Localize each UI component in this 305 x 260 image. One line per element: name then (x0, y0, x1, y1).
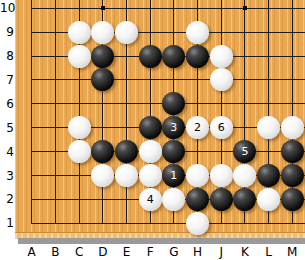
column-label-D: D (94, 245, 111, 259)
stone-black-H8[interactable] (186, 45, 209, 68)
row-label-8: 8 (0, 48, 14, 64)
stone-white-H1[interactable] (186, 212, 209, 235)
row-label-1: 1 (0, 215, 14, 231)
stone-white-M5[interactable] (281, 116, 304, 139)
column-label-H: H (189, 245, 206, 259)
grid-hline-7 (31, 79, 305, 80)
stone-white-J3[interactable] (210, 164, 233, 187)
column-label-J: J (213, 245, 230, 259)
row-label-7: 7 (0, 72, 14, 88)
column-label-B: B (47, 245, 64, 259)
stone-white-H3[interactable] (186, 164, 209, 187)
row-label-3: 3 (0, 168, 14, 184)
stone-white-C8[interactable] (68, 45, 91, 68)
column-label-L: L (260, 245, 277, 259)
grid-hline-1 (31, 223, 305, 224)
column-label-C: C (71, 245, 88, 259)
row-label-6: 6 (0, 96, 14, 112)
stone-white-J8[interactable] (210, 45, 233, 68)
stone-black-F5[interactable] (139, 116, 162, 139)
stone-white-C5[interactable] (68, 116, 91, 139)
board-drop-shadow (18, 238, 305, 244)
column-label-K: K (236, 245, 253, 259)
column-label-M: M (284, 245, 301, 259)
stone-white-J5[interactable]: 6 (210, 116, 233, 139)
stone-black-H2[interactable] (186, 188, 209, 211)
stone-white-F4[interactable] (139, 140, 162, 163)
move-number: 4 (147, 194, 154, 205)
column-label-E: E (118, 245, 135, 259)
row-label-9: 9 (0, 24, 14, 40)
stone-black-M4[interactable] (281, 140, 304, 163)
star-point-K10 (243, 6, 247, 10)
move-number: 2 (194, 122, 201, 133)
stone-white-E9[interactable] (115, 21, 138, 44)
stone-white-F2[interactable]: 4 (139, 188, 162, 211)
stone-white-F3[interactable] (139, 164, 162, 187)
row-label-2: 2 (0, 191, 14, 207)
grid-hline-10 (31, 8, 305, 9)
column-label-G: G (165, 245, 182, 259)
move-number: 5 (241, 146, 248, 157)
move-number: 1 (170, 170, 177, 181)
stone-black-E4[interactable] (115, 140, 138, 163)
row-label-4: 4 (0, 144, 14, 160)
stone-white-L2[interactable] (257, 188, 280, 211)
stone-white-C4[interactable] (68, 140, 91, 163)
move-number: 3 (170, 122, 177, 133)
stone-white-J7[interactable] (210, 68, 233, 91)
row-label-10: 10 (0, 0, 14, 16)
star-point-D10 (101, 6, 105, 10)
column-label-F: F (142, 245, 159, 259)
stone-black-G8[interactable] (162, 45, 185, 68)
stone-white-H9[interactable] (186, 21, 209, 44)
move-number: 6 (218, 122, 225, 133)
grid-vline-A (31, 0, 32, 224)
stone-black-F8[interactable] (139, 45, 162, 68)
row-label-5: 5 (0, 120, 14, 136)
stone-white-C9[interactable] (68, 21, 91, 44)
column-label-A: A (23, 245, 40, 259)
grid-vline-B (55, 0, 56, 224)
stone-black-J2[interactable] (210, 188, 233, 211)
stone-black-D8[interactable] (91, 45, 114, 68)
stone-white-D9[interactable] (91, 21, 114, 44)
stone-black-L3[interactable] (257, 164, 280, 187)
go-board-view: 326514 10987654321 ABCDEFGHJKLM (0, 0, 305, 260)
stone-white-E3[interactable] (115, 164, 138, 187)
stone-black-M2[interactable] (281, 188, 304, 211)
stone-black-M3[interactable] (281, 164, 304, 187)
